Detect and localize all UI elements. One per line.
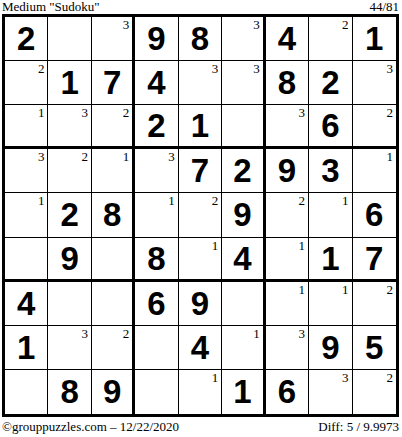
cell-r5c1[interactable]: 1 — [5, 193, 48, 237]
given-digit: 2 — [321, 66, 339, 99]
pencil-mark: 2 — [386, 106, 393, 119]
given-digit: 7 — [103, 66, 121, 99]
cell-r2c1[interactable]: 2 — [5, 61, 48, 105]
cell-r5c6[interactable]: 9 — [222, 193, 265, 237]
cell-r1c4[interactable]: 9 — [135, 17, 178, 61]
cell-r8c7[interactable]: 3 — [266, 326, 309, 370]
cells-remaining-counter: 44/81 — [369, 0, 399, 13]
given-digit: 4 — [233, 242, 251, 275]
pencil-mark: 3 — [123, 18, 130, 31]
pencil-mark: 1 — [386, 150, 393, 163]
pencil-mark: 2 — [342, 18, 349, 31]
pencil-mark: 2 — [123, 327, 130, 340]
cell-r9c8[interactable]: 3 — [309, 370, 352, 414]
difficulty-text: Diff: 5 / 9.9973 — [318, 420, 399, 433]
cell-r1c3[interactable]: 3 — [92, 17, 135, 61]
pencil-mark: 3 — [386, 62, 393, 75]
cell-r8c2[interactable]: 3 — [48, 326, 91, 370]
cell-r3c3[interactable]: 2 — [92, 105, 135, 149]
given-digit: 4 — [17, 287, 35, 320]
given-digit: 2 — [60, 198, 78, 231]
cell-r8c6[interactable]: 1 — [222, 326, 265, 370]
given-digit: 9 — [191, 287, 209, 320]
pencil-mark: 3 — [212, 62, 219, 75]
pencil-mark: 3 — [299, 106, 306, 119]
pencil-mark: 3 — [342, 371, 349, 384]
pencil-mark: 2 — [386, 371, 393, 384]
cell-r9c9[interactable]: 2 — [353, 370, 396, 414]
cell-r9c7[interactable]: 6 — [266, 370, 309, 414]
given-digit: 8 — [60, 375, 78, 408]
given-digit: 3 — [321, 154, 339, 187]
cell-r4c7[interactable]: 9 — [266, 149, 309, 193]
cell-r1c5[interactable]: 8 — [179, 17, 222, 61]
cell-r7c1[interactable]: 4 — [5, 282, 48, 326]
cell-r7c3[interactable] — [92, 282, 135, 326]
given-digit: 9 — [321, 331, 339, 364]
cell-r2c7[interactable]: 8 — [266, 61, 309, 105]
pencil-mark: 3 — [168, 150, 175, 163]
cell-r5c9[interactable]: 6 — [353, 193, 396, 237]
pencil-mark: 3 — [38, 150, 45, 163]
cell-r7c4[interactable]: 6 — [135, 282, 178, 326]
cell-r4c6[interactable]: 2 — [222, 149, 265, 193]
given-digit: 9 — [147, 22, 165, 55]
cell-r8c9[interactable]: 5 — [353, 326, 396, 370]
cell-r4c2[interactable]: 2 — [48, 149, 91, 193]
cell-r9c1[interactable] — [5, 370, 48, 414]
pencil-mark: 1 — [342, 283, 349, 296]
pencil-mark: 1 — [123, 150, 130, 163]
pencil-mark: 1 — [38, 106, 45, 119]
cell-r7c6[interactable] — [222, 282, 265, 326]
pencil-mark: 1 — [253, 327, 260, 340]
cell-r8c8[interactable]: 9 — [309, 326, 352, 370]
cell-r3c4[interactable]: 2 — [135, 105, 178, 149]
given-digit: 6 — [278, 375, 296, 408]
cell-r5c5[interactable]: 2 — [179, 193, 222, 237]
cell-r2c8[interactable]: 2 — [309, 61, 352, 105]
given-digit: 9 — [60, 242, 78, 275]
pencil-mark: 2 — [299, 194, 306, 207]
given-digit: 4 — [191, 331, 209, 364]
pencil-mark: 1 — [38, 194, 45, 207]
cell-r1c2[interactable] — [48, 17, 91, 61]
given-digit: 1 — [365, 22, 383, 55]
given-digit: 2 — [17, 22, 35, 55]
given-digit: 7 — [365, 242, 383, 275]
given-digit: 8 — [191, 22, 209, 55]
cell-r8c4[interactable] — [135, 326, 178, 370]
pencil-mark: 1 — [299, 239, 306, 252]
cell-r6c2[interactable]: 9 — [48, 238, 91, 282]
cell-r3c9[interactable]: 2 — [353, 105, 396, 149]
cell-r1c7[interactable]: 4 — [266, 17, 309, 61]
sudoku-board: 2398342121743382313221362321372931128129… — [2, 14, 399, 417]
footer: ©grouppuzzles.com – 12/22/2020 Diff: 5 /… — [0, 417, 402, 433]
cell-r6c9[interactable]: 7 — [353, 238, 396, 282]
cell-r8c5[interactable]: 4 — [179, 326, 222, 370]
given-digit: 1 — [60, 66, 78, 99]
cell-r2c2[interactable]: 1 — [48, 61, 91, 105]
cell-r2c5[interactable]: 3 — [179, 61, 222, 105]
given-digit: 6 — [321, 109, 339, 142]
given-digit: 4 — [278, 22, 296, 55]
cell-r6c3[interactable] — [92, 238, 135, 282]
cell-r8c3[interactable]: 2 — [92, 326, 135, 370]
cell-r9c5[interactable]: 1 — [179, 370, 222, 414]
pencil-mark: 1 — [168, 194, 175, 207]
cell-r4c1[interactable]: 3 — [5, 149, 48, 193]
pencil-mark: 2 — [212, 194, 219, 207]
cell-r3c2[interactable]: 3 — [48, 105, 91, 149]
copyright-text: ©grouppuzzles.com – 12/22/2020 — [2, 420, 179, 433]
header: Medium "Sudoku" 44/81 — [0, 0, 402, 14]
cell-r5c2[interactable]: 2 — [48, 193, 91, 237]
pencil-mark: 1 — [299, 283, 306, 296]
cell-r7c9[interactable]: 2 — [353, 282, 396, 326]
pencil-mark: 3 — [253, 18, 260, 31]
cell-r4c8[interactable]: 3 — [309, 149, 352, 193]
cell-r7c5[interactable]: 9 — [179, 282, 222, 326]
cell-r2c9[interactable]: 3 — [353, 61, 396, 105]
pencil-mark: 2 — [81, 150, 88, 163]
cell-r5c8[interactable]: 1 — [309, 193, 352, 237]
cell-r1c1[interactable]: 2 — [5, 17, 48, 61]
given-digit: 7 — [191, 154, 209, 187]
cell-r1c9[interactable]: 1 — [353, 17, 396, 61]
cell-r4c4[interactable]: 3 — [135, 149, 178, 193]
pencil-mark: 3 — [253, 62, 260, 75]
cell-r6c6[interactable]: 4 — [222, 238, 265, 282]
cell-r6c7[interactable]: 1 — [266, 238, 309, 282]
pencil-mark: 1 — [342, 194, 349, 207]
cell-r4c3[interactable]: 1 — [92, 149, 135, 193]
cell-r1c6[interactable]: 3 — [222, 17, 265, 61]
pencil-mark: 2 — [123, 106, 130, 119]
given-digit: 9 — [103, 375, 121, 408]
given-digit: 2 — [233, 154, 251, 187]
given-digit: 6 — [365, 198, 383, 231]
cell-r3c6[interactable] — [222, 105, 265, 149]
cell-r5c4[interactable]: 1 — [135, 193, 178, 237]
pencil-mark: 3 — [81, 106, 88, 119]
given-digit: 1 — [321, 242, 339, 275]
cell-r9c2[interactable]: 8 — [48, 370, 91, 414]
cell-r6c1[interactable] — [5, 238, 48, 282]
cell-r9c3[interactable]: 9 — [92, 370, 135, 414]
pencil-mark: 3 — [299, 327, 306, 340]
cell-r6c8[interactable]: 1 — [309, 238, 352, 282]
sudoku-page: Medium "Sudoku" 44/81 239834212174338231… — [0, 0, 402, 437]
cell-r4c5[interactable]: 7 — [179, 149, 222, 193]
given-digit: 4 — [147, 66, 165, 99]
cell-r7c7[interactable]: 1 — [266, 282, 309, 326]
cell-r9c4[interactable] — [135, 370, 178, 414]
cell-r8c1[interactable]: 1 — [5, 326, 48, 370]
given-digit: 8 — [147, 242, 165, 275]
given-digit: 6 — [147, 287, 165, 320]
cell-r2c6[interactable]: 3 — [222, 61, 265, 105]
cell-r3c5[interactable]: 1 — [179, 105, 222, 149]
cell-r7c8[interactable]: 1 — [309, 282, 352, 326]
given-digit: 9 — [233, 198, 251, 231]
cell-r6c4[interactable]: 8 — [135, 238, 178, 282]
cell-r1c8[interactable]: 2 — [309, 17, 352, 61]
cell-r4c9[interactable]: 1 — [353, 149, 396, 193]
puzzle-title: Medium "Sudoku" — [2, 0, 100, 13]
cell-r3c8[interactable]: 6 — [309, 105, 352, 149]
given-digit: 1 — [191, 109, 209, 142]
cell-r3c7[interactable]: 3 — [266, 105, 309, 149]
pencil-mark: 2 — [386, 283, 393, 296]
pencil-mark: 1 — [212, 371, 219, 384]
given-digit: 5 — [365, 331, 383, 364]
cell-r7c2[interactable] — [48, 282, 91, 326]
given-digit: 2 — [147, 109, 165, 142]
cell-r2c4[interactable]: 4 — [135, 61, 178, 105]
pencil-mark: 2 — [38, 62, 45, 75]
given-digit: 1 — [17, 331, 35, 364]
given-digit: 1 — [233, 375, 251, 408]
pencil-mark: 1 — [212, 239, 219, 252]
cell-r5c7[interactable]: 2 — [266, 193, 309, 237]
given-digit: 8 — [278, 66, 296, 99]
cell-r5c3[interactable]: 8 — [92, 193, 135, 237]
cell-r2c3[interactable]: 7 — [92, 61, 135, 105]
cell-r9c6[interactable]: 1 — [222, 370, 265, 414]
pencil-mark: 3 — [81, 327, 88, 340]
given-digit: 9 — [278, 154, 296, 187]
given-digit: 8 — [103, 198, 121, 231]
cell-r6c5[interactable]: 1 — [179, 238, 222, 282]
cell-r3c1[interactable]: 1 — [5, 105, 48, 149]
